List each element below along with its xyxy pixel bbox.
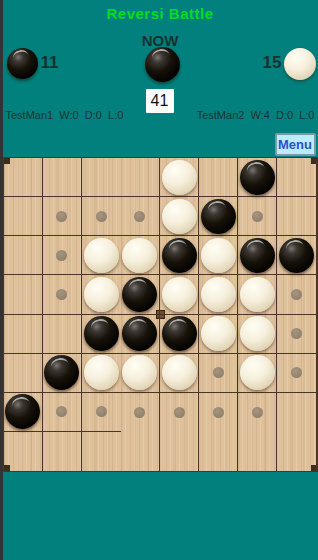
white-disc-glyph: ○ xyxy=(162,160,197,195)
board-cell-c6[interactable]: ○ xyxy=(82,354,121,393)
board-cell-f6[interactable] xyxy=(199,354,238,393)
white-disc-glyph: ○ xyxy=(240,316,275,351)
black-disc-glyph: ● xyxy=(240,160,275,195)
board-cell-f4[interactable]: ○ xyxy=(199,275,238,314)
black-disc: ● xyxy=(162,238,197,273)
board-cell-d3[interactable]: ○ xyxy=(121,236,160,275)
board-cell-g4[interactable]: ○ xyxy=(238,275,277,314)
board-cell-d4[interactable]: ● xyxy=(121,275,160,314)
app-title: Reversi Battle xyxy=(3,5,318,22)
white-disc: ○ xyxy=(162,199,197,234)
white-disc: ○ xyxy=(84,355,119,390)
board-cell-d6[interactable]: ○ xyxy=(121,354,160,393)
board-cell-c1[interactable] xyxy=(82,158,121,197)
board-cell-c2[interactable] xyxy=(82,197,121,236)
board-cell-b4[interactable] xyxy=(43,275,82,314)
white-disc-count: 15 xyxy=(263,53,282,73)
black-disc-glyph: ● xyxy=(201,199,236,234)
board-cell-f3[interactable]: ○ xyxy=(199,236,238,275)
white-disc-glyph: ○ xyxy=(284,48,316,80)
white-disc-glyph: ○ xyxy=(84,277,119,312)
board-cell-a5[interactable] xyxy=(4,315,43,354)
board-cell-h8[interactable] xyxy=(277,432,316,471)
board-cell-c3[interactable]: ○ xyxy=(82,236,121,275)
legal-move-hint xyxy=(213,367,224,378)
legal-move-hint xyxy=(213,407,224,418)
board-cell-h7[interactable] xyxy=(277,393,316,432)
legal-move-hint xyxy=(252,407,263,418)
board-cell-d8[interactable] xyxy=(121,432,160,471)
white-player-record: W:4 D:0 L:0 xyxy=(251,109,315,121)
black-disc-glyph: ● xyxy=(122,277,157,312)
white-disc-glyph: ○ xyxy=(84,238,119,273)
legal-move-hint xyxy=(96,406,107,417)
black-player-stats: TestMan1 W:0 D:0 L:0 xyxy=(6,109,124,121)
board-cell-c8[interactable] xyxy=(82,432,121,471)
black-disc-glyph: ● xyxy=(5,394,40,429)
board-cell-g2[interactable] xyxy=(238,197,277,236)
board-cell-a6[interactable] xyxy=(4,354,43,393)
white-disc-glyph: ○ xyxy=(201,316,236,351)
board-cell-g7[interactable] xyxy=(238,393,277,432)
black-disc-glyph: ● xyxy=(279,238,314,273)
black-disc: ● xyxy=(240,160,275,195)
legal-move-hint xyxy=(252,211,263,222)
black-disc-glyph: ● xyxy=(162,316,197,351)
board-cell-b6[interactable]: ● xyxy=(43,354,82,393)
board-cell-h5[interactable] xyxy=(277,315,316,354)
legal-move-hint xyxy=(134,211,145,222)
board-cell-f1[interactable] xyxy=(199,158,238,197)
white-disc-glyph: ○ xyxy=(162,277,197,312)
board-cell-f7[interactable] xyxy=(199,393,238,432)
legal-move-hint xyxy=(134,407,145,418)
board-cell-h3[interactable]: ● xyxy=(277,236,316,275)
white-player-disc-icon: ○ xyxy=(284,48,316,80)
board-cell-a8[interactable] xyxy=(4,432,43,471)
board-cell-e6[interactable]: ○ xyxy=(160,354,199,393)
legal-move-hint xyxy=(56,289,67,300)
move-counter: 41 xyxy=(146,89,174,113)
board-cell-e1[interactable]: ○ xyxy=(160,158,199,197)
board-cell-b5[interactable] xyxy=(43,315,82,354)
board-cell-g5[interactable]: ○ xyxy=(238,315,277,354)
white-disc: ○ xyxy=(240,355,275,390)
legal-move-hint xyxy=(174,407,185,418)
black-disc: ● xyxy=(201,199,236,234)
board-cell-d2[interactable] xyxy=(121,197,160,236)
white-disc: ○ xyxy=(162,355,197,390)
white-disc: ○ xyxy=(201,316,236,351)
white-disc: ○ xyxy=(122,355,157,390)
board-cell-c4[interactable]: ○ xyxy=(82,275,121,314)
board-cell-h6[interactable] xyxy=(277,354,316,393)
board-cell-d1[interactable] xyxy=(121,158,160,197)
board-cell-c5[interactable]: ● xyxy=(82,315,121,354)
board-cell-b7[interactable] xyxy=(43,393,82,432)
board-cell-b3[interactable] xyxy=(43,236,82,275)
black-player-disc-icon: ● xyxy=(7,48,38,79)
board-cell-b1[interactable] xyxy=(43,158,82,197)
board-cell-d5[interactable]: ● xyxy=(121,315,160,354)
black-disc-glyph: ● xyxy=(145,47,180,82)
white-disc-glyph: ○ xyxy=(162,355,197,390)
white-disc-glyph: ○ xyxy=(240,355,275,390)
board-cell-e7[interactable] xyxy=(160,393,199,432)
white-disc: ○ xyxy=(240,277,275,312)
white-disc-glyph: ○ xyxy=(84,355,119,390)
board-cell-e8[interactable] xyxy=(160,432,199,471)
black-disc: ● xyxy=(279,238,314,273)
white-disc: ○ xyxy=(240,316,275,351)
black-disc-glyph: ● xyxy=(240,238,275,273)
white-player-stats: TestMan2 W:4 D:0 L:0 xyxy=(197,109,315,121)
black-disc-glyph: ● xyxy=(162,238,197,273)
menu-button[interactable]: Menu xyxy=(275,133,316,156)
white-disc: ○ xyxy=(84,277,119,312)
board: ○●○●○○●○●●○●○○○●●●○○●○○○○● xyxy=(3,157,318,472)
legal-move-hint xyxy=(291,367,302,378)
board-cell-e5[interactable]: ● xyxy=(160,315,199,354)
legal-move-hint xyxy=(291,289,302,300)
black-disc-glyph: ● xyxy=(122,316,157,351)
white-disc: ○ xyxy=(162,160,197,195)
black-disc: ● xyxy=(44,355,79,390)
board-cell-b2[interactable] xyxy=(43,197,82,236)
legal-move-hint xyxy=(56,211,67,222)
board-cell-f5[interactable]: ○ xyxy=(199,315,238,354)
white-disc: ○ xyxy=(84,238,119,273)
board-cell-a1[interactable] xyxy=(4,158,43,197)
black-disc: ● xyxy=(122,316,157,351)
black-player-name: TestMan1 xyxy=(6,109,54,121)
board-cell-d7[interactable] xyxy=(121,393,160,432)
legal-move-hint xyxy=(56,406,67,417)
black-disc: ● xyxy=(122,277,157,312)
white-player-name: TestMan2 xyxy=(197,109,245,121)
turn-disc-black-icon: ● xyxy=(145,47,180,82)
board-cell-e2[interactable]: ○ xyxy=(160,197,199,236)
white-disc-glyph: ○ xyxy=(240,277,275,312)
black-disc-glyph: ● xyxy=(7,48,38,79)
black-disc: ● xyxy=(240,238,275,273)
board-cell-e3[interactable]: ● xyxy=(160,236,199,275)
white-disc: ○ xyxy=(162,277,197,312)
board-cell-g6[interactable]: ○ xyxy=(238,354,277,393)
board-cell-h4[interactable] xyxy=(277,275,316,314)
white-disc-glyph: ○ xyxy=(122,238,157,273)
app-screen: Reversi Battle NOW ● 11 ● 15 ○ 41 TestMa… xyxy=(3,0,318,560)
board-cell-e4[interactable]: ○ xyxy=(160,275,199,314)
legal-move-hint xyxy=(96,211,107,222)
board-cell-h1[interactable] xyxy=(277,158,316,197)
white-disc-glyph: ○ xyxy=(201,238,236,273)
board-cell-g3[interactable]: ● xyxy=(238,236,277,275)
white-disc-glyph: ○ xyxy=(201,277,236,312)
board-cell-f8[interactable] xyxy=(199,432,238,471)
board-cell-b8[interactable] xyxy=(43,432,82,471)
board-cell-a7[interactable]: ● xyxy=(4,393,43,432)
white-disc: ○ xyxy=(201,277,236,312)
black-disc: ● xyxy=(5,394,40,429)
board-cell-a4[interactable] xyxy=(4,275,43,314)
white-disc-glyph: ○ xyxy=(122,355,157,390)
white-disc-glyph: ○ xyxy=(162,199,197,234)
legal-move-hint xyxy=(291,328,302,339)
board-cell-g1[interactable]: ● xyxy=(238,158,277,197)
legal-move-hint xyxy=(56,250,67,261)
board-cell-g8[interactable] xyxy=(238,432,277,471)
board-cell-c7[interactable] xyxy=(82,393,121,432)
white-disc: ○ xyxy=(122,238,157,273)
black-disc-glyph: ● xyxy=(84,316,119,351)
black-player-record: W:0 D:0 L:0 xyxy=(59,109,123,121)
black-disc-count: 11 xyxy=(41,53,59,73)
board-cell-a3[interactable] xyxy=(4,236,43,275)
board-cell-f2[interactable]: ● xyxy=(199,197,238,236)
board-cell-a2[interactable] xyxy=(4,197,43,236)
black-disc: ● xyxy=(84,316,119,351)
black-disc: ● xyxy=(162,316,197,351)
white-disc: ○ xyxy=(201,238,236,273)
board-cell-h2[interactable] xyxy=(277,197,316,236)
black-disc-glyph: ● xyxy=(44,355,79,390)
